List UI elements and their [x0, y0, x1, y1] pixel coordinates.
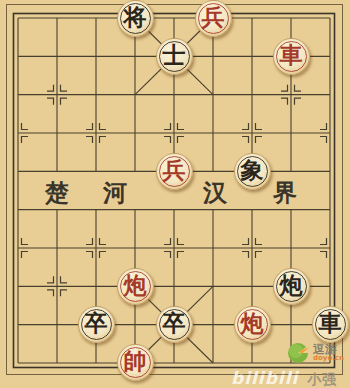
- piece-glyph: 炮: [280, 274, 303, 297]
- bilibili-logo: bilibili: [231, 368, 298, 388]
- piece-black-general[interactable]: 将: [117, 0, 154, 37]
- piece-glyph: 士: [163, 44, 186, 67]
- piece-glyph: 卒: [163, 312, 186, 335]
- piece-red-chariot[interactable]: 車: [273, 38, 310, 75]
- piece-red-general[interactable]: 帥: [117, 344, 154, 381]
- doyo-domain: doyo.cn: [313, 355, 344, 362]
- piece-glyph: 車: [280, 44, 303, 67]
- doyo-logo-icon: [287, 341, 310, 364]
- river-char: 界: [273, 177, 297, 209]
- piece-red-cannon[interactable]: 炮: [234, 306, 271, 343]
- river-char: 楚: [45, 177, 69, 209]
- piece-black-chariot[interactable]: 車: [312, 306, 349, 343]
- watermark-doyo: 逗游 doyo.cn: [287, 341, 344, 364]
- piece-black-soldier[interactable]: 卒: [78, 306, 115, 343]
- piece-glyph: 車: [319, 312, 342, 335]
- piece-glyph: 兵: [163, 159, 186, 182]
- piece-black-elephant[interactable]: 象: [234, 153, 271, 190]
- piece-glyph: 兵: [202, 6, 225, 29]
- watermark-bilibili: bilibili 小强爬过: [231, 368, 350, 388]
- river-char: 河: [103, 177, 127, 209]
- bilibili-username: 小强爬过: [307, 371, 350, 388]
- piece-glyph: 帥: [124, 350, 147, 373]
- piece-glyph: 象: [241, 159, 264, 182]
- piece-red-cannon[interactable]: 炮: [117, 268, 154, 305]
- piece-black-soldier[interactable]: 卒: [156, 306, 193, 343]
- piece-glyph: 炮: [241, 312, 264, 335]
- piece-glyph: 炮: [124, 274, 147, 297]
- piece-red-soldier[interactable]: 兵: [195, 0, 232, 37]
- screenshot-root: 楚河汉界 将兵士車兵象炮炮卒卒炮車帥 逗游 doyo.cn bilibili 小…: [0, 0, 350, 388]
- piece-red-soldier[interactable]: 兵: [156, 153, 193, 190]
- piece-glyph: 将: [124, 6, 147, 29]
- piece-glyph: 卒: [85, 312, 108, 335]
- piece-black-cannon[interactable]: 炮: [273, 268, 310, 305]
- river-char: 汉: [203, 177, 227, 209]
- piece-black-advisor[interactable]: 士: [156, 38, 193, 75]
